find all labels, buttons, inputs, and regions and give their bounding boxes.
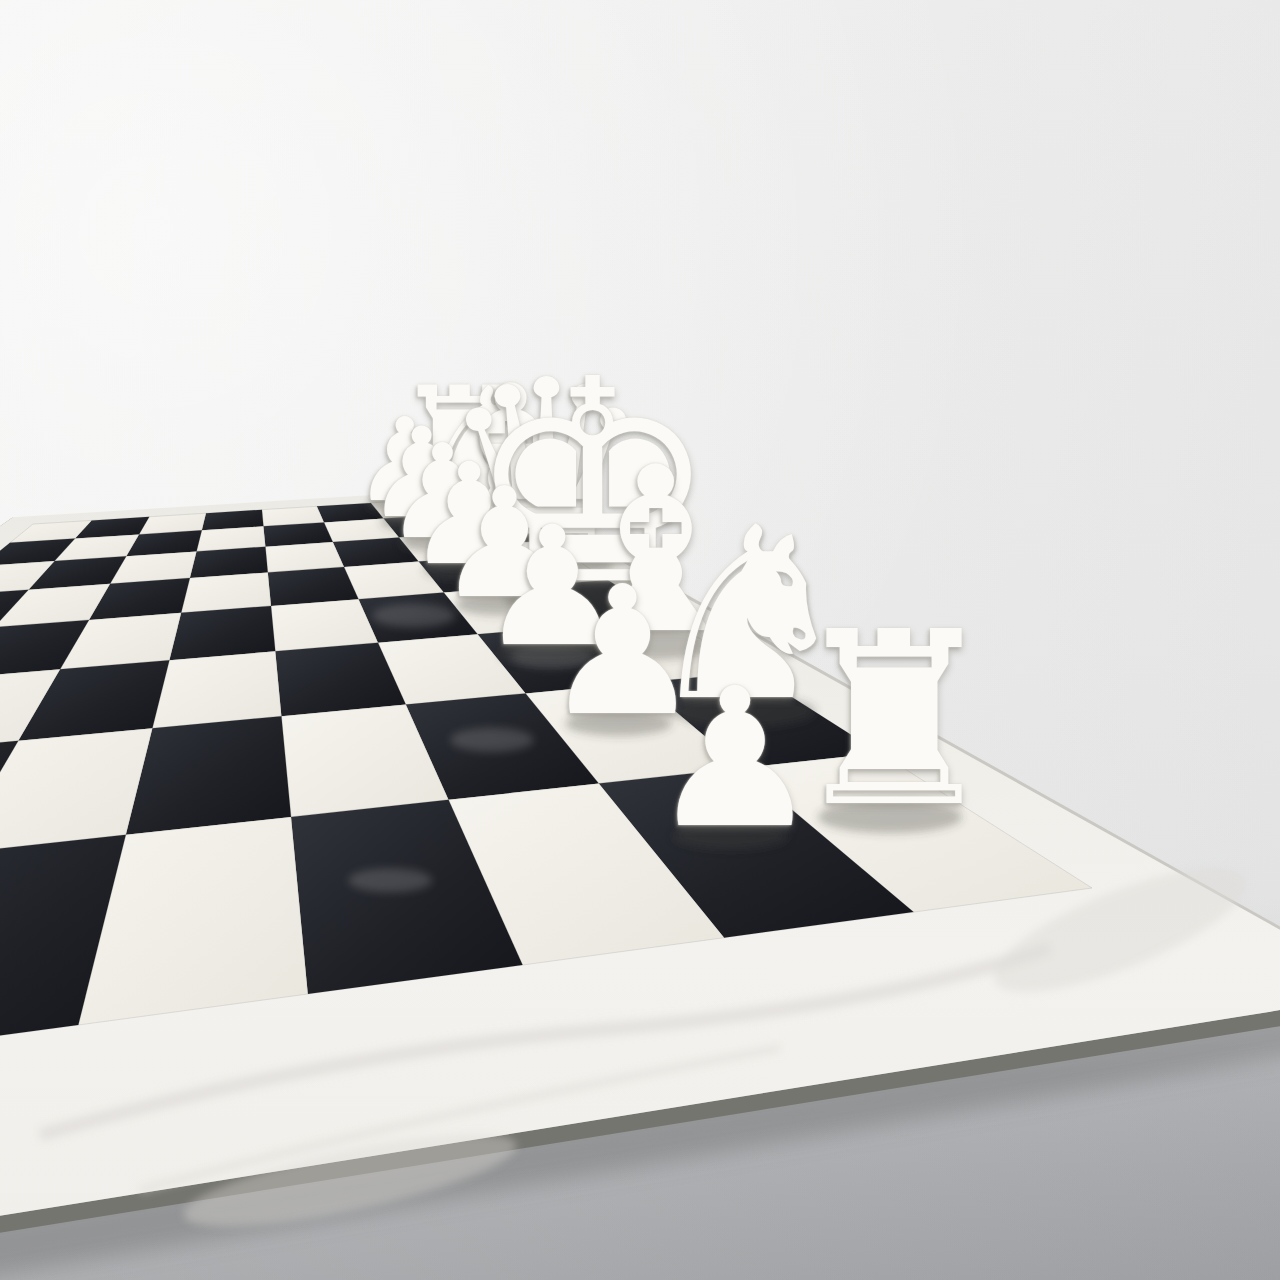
chessboard <box>0 0 1280 1280</box>
square-f5 <box>152 651 281 728</box>
square-e4 <box>271 599 378 651</box>
product-photo: ♜♟♞♟♝♟♛♟♚♟♝♟♞♟♜♟ <box>0 0 1280 1280</box>
square-e5 <box>169 606 275 660</box>
